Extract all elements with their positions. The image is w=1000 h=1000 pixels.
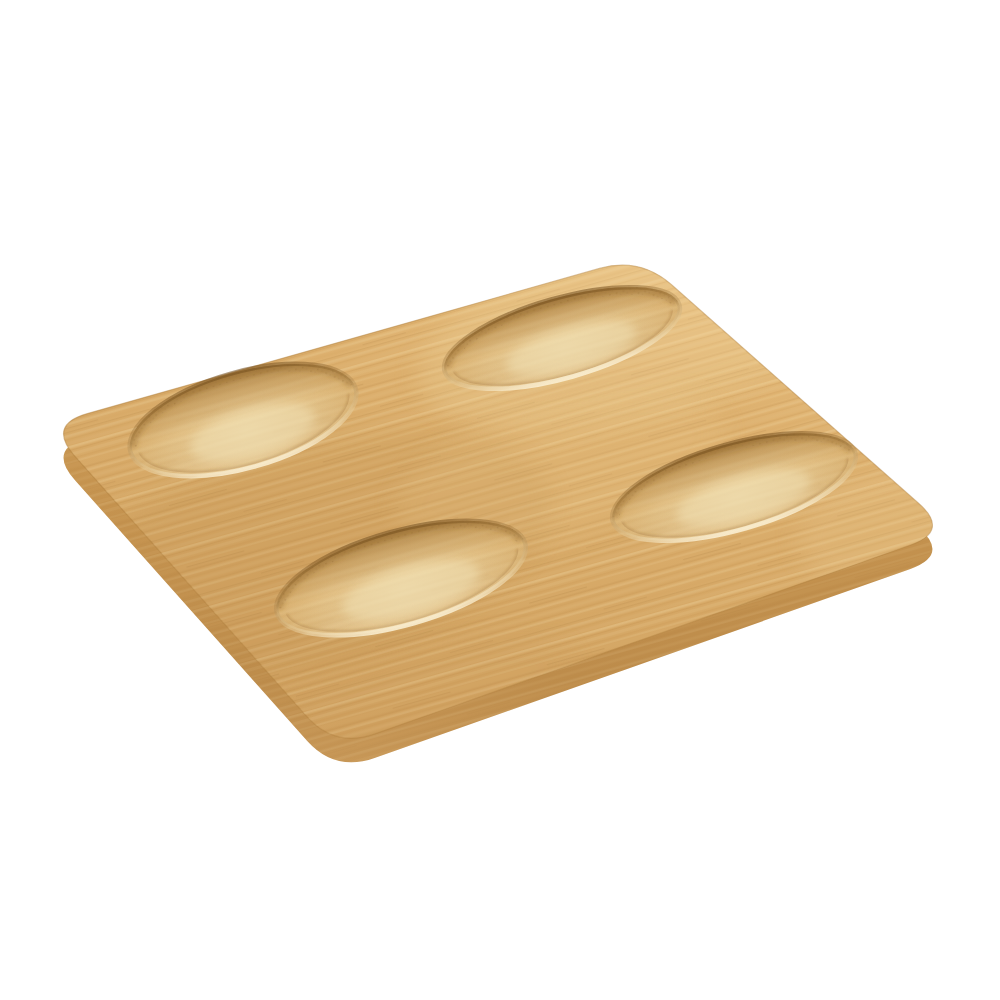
photo-canvas [0,0,1000,1000]
product-photo-bamboo-tray [0,0,1000,1000]
